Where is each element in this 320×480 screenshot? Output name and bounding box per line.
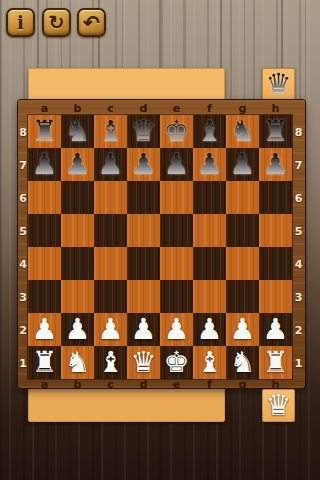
black-pawn[interactable]: ♟ [164,148,190,181]
square-b2[interactable]: ♟ [61,313,94,346]
restart-icon: ↻ [49,13,65,32]
rank-label-left-5: 5 [19,224,27,237]
restart-button[interactable]: ↻ [42,8,71,37]
square-d4[interactable] [127,247,160,280]
black-knight[interactable]: ♞ [65,115,91,148]
square-g8[interactable]: ♞ [226,115,259,148]
square-b8[interactable]: ♞ [61,115,94,148]
chess-board: ♜♞♝♛♚♝♞♜♟♟♟♟♟♟♟♟♟♟♟♟♟♟♟♟♜♞♝♛♚♝♞♜ aabbccd… [18,100,305,388]
black-pawn[interactable]: ♟ [32,148,58,181]
info-button[interactable]: i [6,8,35,37]
black-queen-icon: ♛ [266,68,292,101]
square-g1[interactable]: ♞ [226,346,259,379]
rank-label-right-2: 2 [295,323,303,336]
square-d8[interactable]: ♛ [127,115,160,148]
square-b5[interactable] [61,214,94,247]
file-label-top-d: d [140,101,148,114]
black-bishop[interactable]: ♝ [98,115,124,148]
square-g6[interactable] [226,181,259,214]
square-a5[interactable] [28,214,61,247]
square-e5[interactable] [160,214,193,247]
white-pawn[interactable]: ♟ [263,313,289,346]
square-h4[interactable] [259,247,292,280]
white-pawn[interactable]: ♟ [32,313,58,346]
square-e2[interactable]: ♟ [160,313,193,346]
black-rook[interactable]: ♜ [32,115,58,148]
black-rook[interactable]: ♜ [263,115,289,148]
square-h5[interactable] [259,214,292,247]
square-f1[interactable]: ♝ [193,346,226,379]
square-b4[interactable] [61,247,94,280]
white-pawn[interactable]: ♟ [197,313,223,346]
square-c4[interactable] [94,247,127,280]
white-pawn[interactable]: ♟ [65,313,91,346]
rank-label-right-1: 1 [295,356,303,369]
black-pawn[interactable]: ♟ [131,148,157,181]
square-h3[interactable] [259,280,292,313]
black-king[interactable]: ♚ [164,115,190,148]
square-d1[interactable]: ♛ [127,346,160,379]
white-knight[interactable]: ♞ [65,346,91,379]
square-f4[interactable] [193,247,226,280]
square-b6[interactable] [61,181,94,214]
rank-label-left-6: 6 [19,191,27,204]
rank-label-left-4: 4 [19,257,27,270]
square-d6[interactable] [127,181,160,214]
square-g3[interactable] [226,280,259,313]
square-d5[interactable] [127,214,160,247]
white-pawn[interactable]: ♟ [230,313,256,346]
square-h2[interactable]: ♟ [259,313,292,346]
board-squares: ♜♞♝♛♚♝♞♜♟♟♟♟♟♟♟♟♟♟♟♟♟♟♟♟♜♞♝♛♚♝♞♜ [28,115,292,379]
square-e7[interactable]: ♟ [160,148,193,181]
white-rook[interactable]: ♜ [263,346,289,379]
square-f8[interactable]: ♝ [193,115,226,148]
white-pawn[interactable]: ♟ [164,313,190,346]
rank-label-right-3: 3 [295,290,303,303]
black-pawn[interactable]: ♟ [230,148,256,181]
square-e1[interactable]: ♚ [160,346,193,379]
rank-label-left-8: 8 [19,125,27,138]
file-label-top-c: c [107,101,114,114]
black-queen[interactable]: ♛ [131,115,157,148]
square-b3[interactable] [61,280,94,313]
white-knight[interactable]: ♞ [230,346,256,379]
rank-label-right-7: 7 [295,158,303,171]
undo-button[interactable]: ↶ [77,8,106,37]
file-label-top-h: h [272,101,280,114]
square-g7[interactable]: ♟ [226,148,259,181]
square-h6[interactable] [259,181,292,214]
square-f5[interactable] [193,214,226,247]
square-a7[interactable]: ♟ [28,148,61,181]
square-e4[interactable] [160,247,193,280]
white-king[interactable]: ♚ [164,346,190,379]
square-f6[interactable] [193,181,226,214]
black-pawn[interactable]: ♟ [197,148,223,181]
square-h1[interactable]: ♜ [259,346,292,379]
square-g4[interactable] [226,247,259,280]
info-icon: i [17,14,24,32]
square-c6[interactable] [94,181,127,214]
square-g5[interactable] [226,214,259,247]
white-bishop[interactable]: ♝ [197,346,223,379]
square-d2[interactable]: ♟ [127,313,160,346]
square-e3[interactable] [160,280,193,313]
file-label-top-g: g [239,101,247,114]
white-rook[interactable]: ♜ [32,346,58,379]
app-screen: i ↻ ↶ ♛ ♜♞♝♛♚♝♞♜♟♟♟♟♟♟♟♟♟♟♟♟♟♟♟♟♜♞♝♛♚♝♞♜… [0,0,320,480]
black-pawn[interactable]: ♟ [98,148,124,181]
square-c2[interactable]: ♟ [94,313,127,346]
square-a1[interactable]: ♜ [28,346,61,379]
white-pawn[interactable]: ♟ [98,313,124,346]
white-queen[interactable]: ♛ [131,346,157,379]
file-label-top-a: a [41,101,48,114]
square-f7[interactable]: ♟ [193,148,226,181]
square-a8[interactable]: ♜ [28,115,61,148]
rank-label-left-7: 7 [19,158,27,171]
square-f3[interactable] [193,280,226,313]
square-h7[interactable]: ♟ [259,148,292,181]
white-queen-icon: ♛ [266,389,292,422]
black-pawn[interactable]: ♟ [65,148,91,181]
square-e6[interactable] [160,181,193,214]
square-c5[interactable] [94,214,127,247]
rank-label-right-6: 6 [295,191,303,204]
rank-label-right-8: 8 [295,125,303,138]
rank-label-left-2: 2 [19,323,27,336]
file-label-top-f: f [207,101,212,114]
black-bishop[interactable]: ♝ [197,115,223,148]
rank-label-right-5: 5 [295,224,303,237]
square-d3[interactable] [127,280,160,313]
square-h8[interactable]: ♜ [259,115,292,148]
square-b1[interactable]: ♞ [61,346,94,379]
black-knight[interactable]: ♞ [230,115,256,148]
file-label-top-b: b [74,101,82,114]
black-pawn[interactable]: ♟ [263,148,289,181]
rank-label-right-4: 4 [295,257,303,270]
white-pawn[interactable]: ♟ [131,313,157,346]
rank-label-left-3: 3 [19,290,27,303]
square-c8[interactable]: ♝ [94,115,127,148]
white-side-indicator: ♛ [262,389,295,422]
square-e8[interactable]: ♚ [160,115,193,148]
square-c1[interactable]: ♝ [94,346,127,379]
square-g2[interactable]: ♟ [226,313,259,346]
rank-label-left-1: 1 [19,356,27,369]
square-c7[interactable]: ♟ [94,148,127,181]
white-bishop[interactable]: ♝ [98,346,124,379]
black-side-indicator: ♛ [262,68,295,101]
square-a6[interactable] [28,181,61,214]
square-f2[interactable]: ♟ [193,313,226,346]
file-label-top-e: e [173,101,180,114]
square-a3[interactable] [28,280,61,313]
square-b7[interactable]: ♟ [61,148,94,181]
square-a4[interactable] [28,247,61,280]
undo-icon: ↶ [83,13,100,33]
square-c3[interactable] [94,280,127,313]
square-d7[interactable]: ♟ [127,148,160,181]
square-a2[interactable]: ♟ [28,313,61,346]
